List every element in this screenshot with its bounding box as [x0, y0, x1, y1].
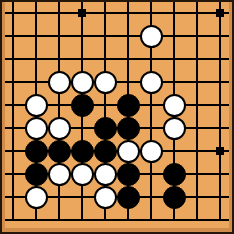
stone-white[interactable] [48, 163, 71, 186]
stone-white[interactable] [48, 117, 71, 140]
stone-black[interactable] [117, 94, 140, 117]
stone-black[interactable] [94, 117, 117, 140]
board-grid-line-h [5, 81, 229, 83]
stone-black[interactable] [25, 163, 48, 186]
star-point [78, 9, 86, 17]
go-board[interactable] [0, 0, 234, 234]
stone-white[interactable] [25, 94, 48, 117]
stone-black[interactable] [117, 163, 140, 186]
stone-white[interactable] [71, 71, 94, 94]
board-grid-line-h [5, 12, 229, 14]
board-grid-line-h [5, 219, 229, 221]
stone-black[interactable] [117, 117, 140, 140]
stone-white[interactable] [163, 94, 186, 117]
stone-white[interactable] [94, 186, 117, 209]
stone-white[interactable] [117, 140, 140, 163]
stone-black[interactable] [117, 186, 140, 209]
stone-white[interactable] [71, 163, 94, 186]
stone-black[interactable] [71, 94, 94, 117]
stone-white[interactable] [94, 163, 117, 186]
stone-white[interactable] [25, 117, 48, 140]
star-point [216, 9, 224, 17]
stone-black[interactable] [163, 163, 186, 186]
stone-black[interactable] [25, 140, 48, 163]
star-point [216, 147, 224, 155]
stone-black[interactable] [48, 140, 71, 163]
stone-white[interactable] [163, 117, 186, 140]
stone-black[interactable] [71, 140, 94, 163]
stone-white[interactable] [25, 186, 48, 209]
stone-white[interactable] [140, 140, 163, 163]
stone-black[interactable] [94, 140, 117, 163]
stone-white[interactable] [94, 71, 117, 94]
board-grid-line-h [5, 58, 229, 60]
stone-white[interactable] [140, 25, 163, 48]
board-grid-line-h [5, 35, 229, 37]
stone-white[interactable] [140, 71, 163, 94]
stone-black[interactable] [163, 186, 186, 209]
stone-white[interactable] [48, 71, 71, 94]
